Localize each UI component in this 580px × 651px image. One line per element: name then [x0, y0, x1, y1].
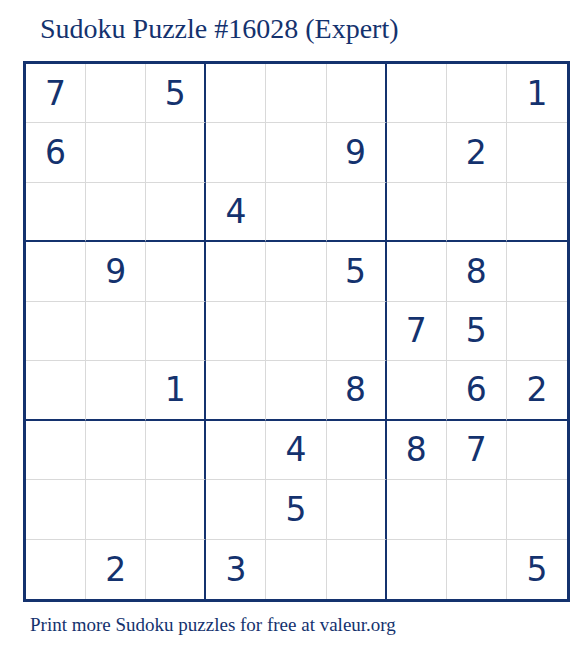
cell-r6c4-empty[interactable] — [206, 361, 266, 420]
cell-r3c8-empty[interactable] — [447, 183, 507, 242]
cell-r5c1-empty[interactable] — [26, 302, 86, 361]
cell-r1c8-empty[interactable] — [447, 64, 507, 123]
cell-r6c3-given: 1 — [146, 361, 206, 420]
cell-r2c5-empty[interactable] — [266, 123, 326, 182]
cell-r4c4-empty[interactable] — [206, 242, 266, 301]
cell-r2c7-empty[interactable] — [387, 123, 447, 182]
cell-r8c6-empty[interactable] — [327, 480, 387, 539]
cell-r9c9-given: 5 — [507, 540, 567, 599]
cell-r6c5-empty[interactable] — [266, 361, 326, 420]
cell-r4c8-given: 8 — [447, 242, 507, 301]
cell-r4c1-empty[interactable] — [26, 242, 86, 301]
cell-r1c6-empty[interactable] — [327, 64, 387, 123]
cell-r1c9-given: 1 — [507, 64, 567, 123]
cell-r3c2-empty[interactable] — [86, 183, 146, 242]
cell-r3c4-given: 4 — [206, 183, 266, 242]
cell-r9c5-empty[interactable] — [266, 540, 326, 599]
cell-r3c7-empty[interactable] — [387, 183, 447, 242]
cell-r7c3-empty[interactable] — [146, 421, 206, 480]
cell-r7c9-empty[interactable] — [507, 421, 567, 480]
cell-r5c8-given: 5 — [447, 302, 507, 361]
cell-r1c7-empty[interactable] — [387, 64, 447, 123]
cell-r3c9-empty[interactable] — [507, 183, 567, 242]
cell-r5c6-empty[interactable] — [327, 302, 387, 361]
cell-r3c1-empty[interactable] — [26, 183, 86, 242]
cell-r4c5-empty[interactable] — [266, 242, 326, 301]
cell-r1c4-empty[interactable] — [206, 64, 266, 123]
cell-r4c2-given: 9 — [86, 242, 146, 301]
cell-r1c1-given: 7 — [26, 64, 86, 123]
cell-r2c3-empty[interactable] — [146, 123, 206, 182]
cell-r8c2-empty[interactable] — [86, 480, 146, 539]
cell-r9c6-empty[interactable] — [327, 540, 387, 599]
cell-r5c5-empty[interactable] — [266, 302, 326, 361]
cell-r4c7-empty[interactable] — [387, 242, 447, 301]
cell-r9c7-empty[interactable] — [387, 540, 447, 599]
cell-r7c6-empty[interactable] — [327, 421, 387, 480]
cell-r7c5-given: 4 — [266, 421, 326, 480]
cell-r3c3-empty[interactable] — [146, 183, 206, 242]
cell-r1c2-empty[interactable] — [86, 64, 146, 123]
cell-r8c9-empty[interactable] — [507, 480, 567, 539]
cell-r3c5-empty[interactable] — [266, 183, 326, 242]
cell-r6c8-given: 6 — [447, 361, 507, 420]
cell-r5c3-empty[interactable] — [146, 302, 206, 361]
cell-r4c9-empty[interactable] — [507, 242, 567, 301]
cell-r1c5-empty[interactable] — [266, 64, 326, 123]
cell-r2c2-empty[interactable] — [86, 123, 146, 182]
cell-r2c6-given: 9 — [327, 123, 387, 182]
cell-r2c4-empty[interactable] — [206, 123, 266, 182]
footer-text: Print more Sudoku puzzles for free at va… — [30, 613, 396, 637]
cell-r6c6-given: 8 — [327, 361, 387, 420]
cell-r8c4-empty[interactable] — [206, 480, 266, 539]
page-title: Sudoku Puzzle #16028 (Expert) — [40, 12, 399, 46]
cell-r3c6-empty[interactable] — [327, 183, 387, 242]
cell-r1c3-given: 5 — [146, 64, 206, 123]
cell-r5c9-empty[interactable] — [507, 302, 567, 361]
cell-r8c1-empty[interactable] — [26, 480, 86, 539]
cell-r5c7-given: 7 — [387, 302, 447, 361]
cell-r9c2-given: 2 — [86, 540, 146, 599]
cell-r7c2-empty[interactable] — [86, 421, 146, 480]
cell-r9c1-empty[interactable] — [26, 540, 86, 599]
cell-r7c7-given: 8 — [387, 421, 447, 480]
cell-r5c2-empty[interactable] — [86, 302, 146, 361]
cell-r2c8-given: 2 — [447, 123, 507, 182]
sudoku-page: Sudoku Puzzle #16028 (Expert) 7516924958… — [0, 0, 580, 651]
cell-r9c3-empty[interactable] — [146, 540, 206, 599]
cell-r2c1-given: 6 — [26, 123, 86, 182]
sudoku-board: 75169249587518624875235 — [23, 61, 570, 602]
cell-r8c8-empty[interactable] — [447, 480, 507, 539]
cell-r6c2-empty[interactable] — [86, 361, 146, 420]
cell-r9c8-empty[interactable] — [447, 540, 507, 599]
cell-r7c1-empty[interactable] — [26, 421, 86, 480]
cell-r8c3-empty[interactable] — [146, 480, 206, 539]
cell-r2c9-empty[interactable] — [507, 123, 567, 182]
cell-r5c4-empty[interactable] — [206, 302, 266, 361]
cell-r8c5-given: 5 — [266, 480, 326, 539]
cell-r6c1-empty[interactable] — [26, 361, 86, 420]
cell-r4c3-empty[interactable] — [146, 242, 206, 301]
cell-r7c8-given: 7 — [447, 421, 507, 480]
cell-r6c9-given: 2 — [507, 361, 567, 420]
cell-r8c7-empty[interactable] — [387, 480, 447, 539]
cell-r6c7-empty[interactable] — [387, 361, 447, 420]
cell-r4c6-given: 5 — [327, 242, 387, 301]
cell-r7c4-empty[interactable] — [206, 421, 266, 480]
cell-r9c4-given: 3 — [206, 540, 266, 599]
